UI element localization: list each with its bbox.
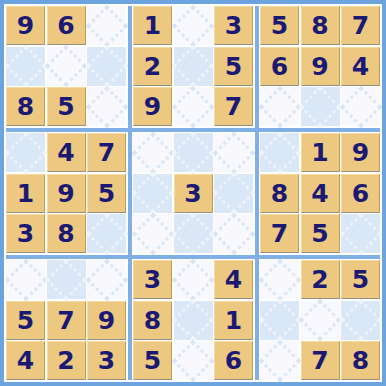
cell-r6c5[interactable]: [174, 214, 213, 253]
cell-r8c1[interactable]: 5: [6, 301, 45, 340]
diamond-icon: [339, 212, 381, 254]
cell-r7c8[interactable]: 2: [301, 260, 340, 299]
cell-r8c5[interactable]: [174, 301, 213, 340]
cell-r8c4[interactable]: 8: [133, 301, 172, 340]
diamond-icon: [258, 131, 300, 173]
diamond-icon: [45, 45, 87, 87]
cell-r7c6[interactable]: 4: [214, 260, 253, 299]
cell-r4c1[interactable]: [6, 133, 45, 172]
cell-r3c9[interactable]: [341, 87, 380, 126]
diamond-icon: [4, 45, 46, 87]
diamond-icon: [85, 85, 127, 127]
cell-r4c6[interactable]: [214, 133, 253, 172]
cell-r6c8[interactable]: 5: [301, 214, 340, 253]
cell-r4c9[interactable]: 9: [341, 133, 380, 172]
diamond-icon: [212, 131, 254, 173]
cell-r2c1[interactable]: [6, 47, 45, 86]
cell-r9c9[interactable]: 8: [341, 341, 380, 380]
diamond-icon: [172, 299, 214, 341]
cell-r9c5[interactable]: [174, 341, 213, 380]
cell-r5c8[interactable]: 4: [301, 174, 340, 213]
cell-r6c7[interactable]: 7: [260, 214, 299, 253]
cell-r7c9[interactable]: 5: [341, 260, 380, 299]
sudoku-board: 9613587256948597471919538463875342557981…: [0, 0, 386, 386]
cell-r6c4[interactable]: [133, 214, 172, 253]
cell-r2c5[interactable]: [174, 47, 213, 86]
cell-r5c6[interactable]: [214, 174, 253, 213]
cell-r4c2[interactable]: 4: [47, 133, 86, 172]
diamond-icon: [258, 258, 300, 300]
cell-r8c3[interactable]: 9: [87, 301, 126, 340]
cell-r3c7[interactable]: [260, 87, 299, 126]
diamond-icon: [85, 258, 127, 300]
cell-r1c4[interactable]: 1: [133, 6, 172, 45]
cell-r3c5[interactable]: [174, 87, 213, 126]
cell-r4c3[interactable]: 7: [87, 133, 126, 172]
cell-r8c2[interactable]: 7: [47, 301, 86, 340]
diamond-icon: [258, 85, 300, 127]
cell-r7c1[interactable]: [6, 260, 45, 299]
cell-r5c9[interactable]: 6: [341, 174, 380, 213]
diamond-icon: [299, 85, 341, 127]
diamond-icon: [131, 131, 173, 173]
cell-r5c5[interactable]: 3: [174, 174, 213, 213]
cell-r1c2[interactable]: 6: [47, 6, 86, 45]
cell-r3c1[interactable]: 8: [6, 87, 45, 126]
cell-r2c3[interactable]: [87, 47, 126, 86]
diamond-icon: [45, 258, 87, 300]
cell-r1c7[interactable]: 5: [260, 6, 299, 45]
cell-r1c8[interactable]: 8: [301, 6, 340, 45]
cell-r7c2[interactable]: [47, 260, 86, 299]
diamond-icon: [339, 299, 381, 341]
diamond-icon: [131, 212, 173, 254]
cell-r8c8[interactable]: [301, 301, 340, 340]
cell-r9c1[interactable]: 4: [6, 341, 45, 380]
diamond-icon: [339, 85, 381, 127]
cell-r8c7[interactable]: [260, 301, 299, 340]
cell-r2c8[interactable]: 9: [301, 47, 340, 86]
cell-r8c9[interactable]: [341, 301, 380, 340]
cell-r4c4[interactable]: [133, 133, 172, 172]
sudoku-grid: 9613587256948597471919538463875342557981…: [6, 6, 380, 380]
cell-r9c4[interactable]: 5: [133, 341, 172, 380]
cell-r5c3[interactable]: 5: [87, 174, 126, 213]
cell-r5c2[interactable]: 9: [47, 174, 86, 213]
cell-r3c3[interactable]: [87, 87, 126, 126]
diamond-icon: [172, 4, 214, 46]
cell-r1c5[interactable]: [174, 6, 213, 45]
cell-r3c4[interactable]: 9: [133, 87, 172, 126]
diamond-icon: [131, 172, 173, 214]
diamond-icon: [85, 4, 127, 46]
cell-r2c7[interactable]: 6: [260, 47, 299, 86]
cell-r1c9[interactable]: 7: [341, 6, 380, 45]
cell-r2c9[interactable]: 4: [341, 47, 380, 86]
diamond-icon: [172, 85, 214, 127]
cell-r5c7[interactable]: 8: [260, 174, 299, 213]
cell-r7c3[interactable]: [87, 260, 126, 299]
cell-r9c7[interactable]: [260, 341, 299, 380]
cell-r7c7[interactable]: [260, 260, 299, 299]
diamond-icon: [4, 131, 46, 173]
cell-r6c3[interactable]: [87, 214, 126, 253]
cell-r2c4[interactable]: 2: [133, 47, 172, 86]
cell-r9c3[interactable]: 3: [87, 341, 126, 380]
cell-r3c6[interactable]: 7: [214, 87, 253, 126]
cell-r1c6[interactable]: 3: [214, 6, 253, 45]
diamond-icon: [85, 45, 127, 87]
diamond-icon: [258, 299, 300, 341]
cell-r4c8[interactable]: 1: [301, 133, 340, 172]
diamond-icon: [212, 212, 254, 254]
diamond-icon: [172, 339, 214, 381]
cell-r7c5[interactable]: [174, 260, 213, 299]
cell-r1c3[interactable]: [87, 6, 126, 45]
cell-r6c6[interactable]: [214, 214, 253, 253]
cell-r9c6[interactable]: 6: [214, 341, 253, 380]
cell-r1c1[interactable]: 9: [6, 6, 45, 45]
cell-r4c5[interactable]: [174, 133, 213, 172]
diamond-icon: [4, 258, 46, 300]
cell-r6c9[interactable]: [341, 214, 380, 253]
diamond-icon: [85, 212, 127, 254]
cell-r5c4[interactable]: [133, 174, 172, 213]
diamond-icon: [212, 172, 254, 214]
cell-r4c7[interactable]: [260, 133, 299, 172]
cell-r9c2[interactable]: 2: [47, 341, 86, 380]
cell-r3c8[interactable]: [301, 87, 340, 126]
diamond-icon: [172, 212, 214, 254]
cell-r6c2[interactable]: 8: [47, 214, 86, 253]
diamond-icon: [172, 131, 214, 173]
cell-r2c6[interactable]: 5: [214, 47, 253, 86]
diamond-icon: [172, 258, 214, 300]
cell-r5c1[interactable]: 1: [6, 174, 45, 213]
cell-r8c6[interactable]: 1: [214, 301, 253, 340]
diamond-icon: [258, 339, 300, 381]
cell-r6c1[interactable]: 3: [6, 214, 45, 253]
cell-r2c2[interactable]: [47, 47, 86, 86]
cell-r3c2[interactable]: 5: [47, 87, 86, 126]
cell-r9c8[interactable]: 7: [301, 341, 340, 380]
cell-r7c4[interactable]: 3: [133, 260, 172, 299]
diamond-icon: [172, 45, 214, 87]
diamond-icon: [299, 299, 341, 341]
